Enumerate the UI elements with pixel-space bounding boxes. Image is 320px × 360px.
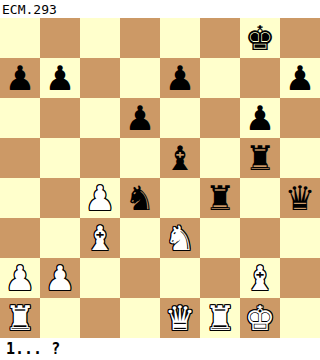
square-e6[interactable] <box>160 98 200 138</box>
square-d8[interactable] <box>120 18 160 58</box>
square-b4[interactable] <box>40 178 80 218</box>
piece-white-bishop: ♝ <box>240 258 280 298</box>
piece-white-pawn: ♟ <box>80 178 120 218</box>
square-f5[interactable] <box>200 138 240 178</box>
piece-black-rook: ♜ <box>240 138 280 178</box>
square-g2[interactable]: ♝ <box>240 258 280 298</box>
piece-white-queen: ♛ <box>160 298 200 338</box>
square-g1[interactable]: ♚ <box>240 298 280 338</box>
square-d5[interactable] <box>120 138 160 178</box>
square-h8[interactable] <box>280 18 320 58</box>
square-d1[interactable] <box>120 298 160 338</box>
piece-black-king: ♚ <box>240 18 280 58</box>
square-b6[interactable] <box>40 98 80 138</box>
piece-black-pawn: ♟ <box>240 98 280 138</box>
square-g5[interactable]: ♜ <box>240 138 280 178</box>
piece-white-rook: ♜ <box>0 298 40 338</box>
move-prompt: 1... ? <box>6 340 60 358</box>
square-h7[interactable]: ♟ <box>280 58 320 98</box>
square-b5[interactable] <box>40 138 80 178</box>
square-e3[interactable]: ♞ <box>160 218 200 258</box>
piece-black-knight: ♞ <box>120 178 160 218</box>
square-a8[interactable] <box>0 18 40 58</box>
square-a5[interactable] <box>0 138 40 178</box>
square-a4[interactable] <box>0 178 40 218</box>
square-e8[interactable] <box>160 18 200 58</box>
square-h4[interactable]: ♛ <box>280 178 320 218</box>
piece-black-pawn: ♟ <box>120 98 160 138</box>
piece-black-pawn: ♟ <box>160 58 200 98</box>
square-b2[interactable]: ♟ <box>40 258 80 298</box>
square-e4[interactable] <box>160 178 200 218</box>
square-e7[interactable]: ♟ <box>160 58 200 98</box>
square-c7[interactable] <box>80 58 120 98</box>
square-d7[interactable] <box>120 58 160 98</box>
square-d3[interactable] <box>120 218 160 258</box>
square-f3[interactable] <box>200 218 240 258</box>
piece-black-queen: ♛ <box>280 178 320 218</box>
square-b7[interactable]: ♟ <box>40 58 80 98</box>
square-g4[interactable] <box>240 178 280 218</box>
header-bar: ECM.293 <box>0 0 320 18</box>
square-b1[interactable] <box>40 298 80 338</box>
piece-black-rook: ♜ <box>200 178 240 218</box>
square-f6[interactable] <box>200 98 240 138</box>
square-f4[interactable]: ♜ <box>200 178 240 218</box>
square-h1[interactable] <box>280 298 320 338</box>
square-c3[interactable]: ♝ <box>80 218 120 258</box>
square-e1[interactable]: ♛ <box>160 298 200 338</box>
puzzle-id: ECM.293 <box>2 2 57 17</box>
square-b3[interactable] <box>40 218 80 258</box>
piece-black-pawn: ♟ <box>40 58 80 98</box>
square-a2[interactable]: ♟ <box>0 258 40 298</box>
piece-white-bishop: ♝ <box>80 218 120 258</box>
square-c8[interactable] <box>80 18 120 58</box>
square-d4[interactable]: ♞ <box>120 178 160 218</box>
square-f8[interactable] <box>200 18 240 58</box>
piece-black-pawn: ♟ <box>280 58 320 98</box>
square-c1[interactable] <box>80 298 120 338</box>
square-g7[interactable] <box>240 58 280 98</box>
square-e5[interactable]: ♝ <box>160 138 200 178</box>
square-a1[interactable]: ♜ <box>0 298 40 338</box>
square-f2[interactable] <box>200 258 240 298</box>
square-g3[interactable] <box>240 218 280 258</box>
footer-bar: 1... ? <box>0 338 320 360</box>
square-h5[interactable] <box>280 138 320 178</box>
square-f7[interactable] <box>200 58 240 98</box>
square-c2[interactable] <box>80 258 120 298</box>
square-e2[interactable] <box>160 258 200 298</box>
piece-black-bishop: ♝ <box>160 138 200 178</box>
piece-white-pawn: ♟ <box>0 258 40 298</box>
piece-white-pawn: ♟ <box>40 258 80 298</box>
square-h6[interactable] <box>280 98 320 138</box>
square-c4[interactable]: ♟ <box>80 178 120 218</box>
square-a6[interactable] <box>0 98 40 138</box>
square-a7[interactable]: ♟ <box>0 58 40 98</box>
chess-app-window: ECM.293 ♚♟♟♟♟♟♟♝♜♟♞♜♛♝♞♟♟♝♜♛♜♚ 1... ? <box>0 0 320 360</box>
square-d2[interactable] <box>120 258 160 298</box>
square-g8[interactable]: ♚ <box>240 18 280 58</box>
square-g6[interactable]: ♟ <box>240 98 280 138</box>
square-c6[interactable] <box>80 98 120 138</box>
square-h2[interactable] <box>280 258 320 298</box>
piece-white-king: ♚ <box>240 298 280 338</box>
square-d6[interactable]: ♟ <box>120 98 160 138</box>
piece-white-rook: ♜ <box>200 298 240 338</box>
chess-board: ♚♟♟♟♟♟♟♝♜♟♞♜♛♝♞♟♟♝♜♛♜♚ <box>0 18 320 338</box>
square-h3[interactable] <box>280 218 320 258</box>
piece-black-pawn: ♟ <box>0 58 40 98</box>
square-a3[interactable] <box>0 218 40 258</box>
square-f1[interactable]: ♜ <box>200 298 240 338</box>
piece-white-knight: ♞ <box>160 218 200 258</box>
square-b8[interactable] <box>40 18 80 58</box>
square-c5[interactable] <box>80 138 120 178</box>
